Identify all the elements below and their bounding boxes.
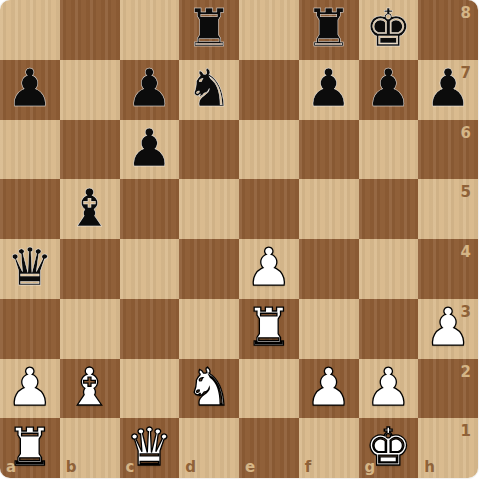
square-d8[interactable]: ♜ [179,0,239,60]
rank-label-4: 4 [461,243,471,261]
square-g1[interactable]: ♚ [359,418,419,478]
square-g5[interactable] [359,179,419,239]
square-d6[interactable] [179,120,239,180]
square-e6[interactable] [239,120,299,180]
square-b3[interactable] [60,299,120,359]
square-d7[interactable]: ♞ [179,60,239,120]
square-c7[interactable]: ♟ [120,60,180,120]
file-label-e: e [245,458,255,476]
square-h7[interactable]: ♟ [418,60,478,120]
square-f6[interactable] [299,120,359,180]
square-c4[interactable] [120,239,180,299]
square-f2[interactable]: ♟ [299,359,359,419]
white-rook-a1-piece[interactable]: ♜ [0,418,60,478]
square-c1[interactable]: ♛ [120,418,180,478]
square-a2[interactable]: ♟ [0,359,60,419]
black-rook-d8-piece[interactable]: ♜ [179,0,239,60]
square-f5[interactable] [299,179,359,239]
square-c3[interactable] [120,299,180,359]
white-pawn-h3-piece[interactable]: ♟ [418,299,478,359]
square-a5[interactable] [0,179,60,239]
black-pawn-h7-piece[interactable]: ♟ [418,60,478,120]
black-pawn-a7-piece[interactable]: ♟ [0,60,60,120]
rank-label-2: 2 [461,363,471,381]
chess-board: ♜♜♚♟♟♞♟♟♟♟♝♛♟♜♟♟♝♞♟♟♜♛♚87654321abcdefgh [0,0,478,478]
square-e7[interactable] [239,60,299,120]
square-g4[interactable] [359,239,419,299]
square-h3[interactable]: ♟ [418,299,478,359]
square-c5[interactable] [120,179,180,239]
file-label-d: d [185,458,196,476]
white-knight-d2-piece[interactable]: ♞ [179,359,239,419]
square-b8[interactable] [60,0,120,60]
square-b2[interactable]: ♝ [60,359,120,419]
square-c2[interactable] [120,359,180,419]
square-f7[interactable]: ♟ [299,60,359,120]
rank-label-6: 6 [461,124,471,142]
square-g8[interactable]: ♚ [359,0,419,60]
white-rook-e3-piece[interactable]: ♜ [239,299,299,359]
black-king-g8-piece[interactable]: ♚ [359,0,419,60]
white-bishop-b2-piece[interactable]: ♝ [60,359,120,419]
square-d4[interactable] [179,239,239,299]
square-e4[interactable]: ♟ [239,239,299,299]
square-a3[interactable] [0,299,60,359]
rank-label-1: 1 [461,422,471,440]
white-pawn-g2-piece[interactable]: ♟ [359,359,419,419]
white-king-g1-piece[interactable]: ♚ [359,418,419,478]
square-b5[interactable]: ♝ [60,179,120,239]
square-a7[interactable]: ♟ [0,60,60,120]
square-b6[interactable] [60,120,120,180]
square-f8[interactable]: ♜ [299,0,359,60]
black-pawn-c7-piece[interactable]: ♟ [120,60,180,120]
square-e5[interactable] [239,179,299,239]
square-e8[interactable] [239,0,299,60]
white-pawn-f2-piece[interactable]: ♟ [299,359,359,419]
white-pawn-a2-piece[interactable]: ♟ [0,359,60,419]
square-a4[interactable]: ♛ [0,239,60,299]
square-c6[interactable]: ♟ [120,120,180,180]
black-pawn-f7-piece[interactable]: ♟ [299,60,359,120]
square-g3[interactable] [359,299,419,359]
square-e3[interactable]: ♜ [239,299,299,359]
black-queen-a4-piece[interactable]: ♛ [0,239,60,299]
square-d5[interactable] [179,179,239,239]
square-f4[interactable] [299,239,359,299]
square-g7[interactable]: ♟ [359,60,419,120]
square-g6[interactable] [359,120,419,180]
file-label-f: f [305,458,312,476]
black-rook-f8-piece[interactable]: ♜ [299,0,359,60]
square-c8[interactable] [120,0,180,60]
rank-label-5: 5 [461,183,471,201]
black-knight-d7-piece[interactable]: ♞ [179,60,239,120]
file-label-h: h [424,458,435,476]
file-label-b: b [66,458,77,476]
black-bishop-b5-piece[interactable]: ♝ [60,179,120,239]
square-a1[interactable]: ♜ [0,418,60,478]
square-a6[interactable] [0,120,60,180]
white-queen-c1-piece[interactable]: ♛ [120,418,180,478]
square-d3[interactable] [179,299,239,359]
square-g2[interactable]: ♟ [359,359,419,419]
white-pawn-e4-piece[interactable]: ♟ [239,239,299,299]
square-f3[interactable] [299,299,359,359]
black-pawn-c6-piece[interactable]: ♟ [120,120,180,180]
rank-label-8: 8 [461,4,471,22]
square-b7[interactable] [60,60,120,120]
square-b4[interactable] [60,239,120,299]
square-d2[interactable]: ♞ [179,359,239,419]
black-pawn-g7-piece[interactable]: ♟ [359,60,419,120]
square-e2[interactable] [239,359,299,419]
square-a8[interactable] [0,0,60,60]
